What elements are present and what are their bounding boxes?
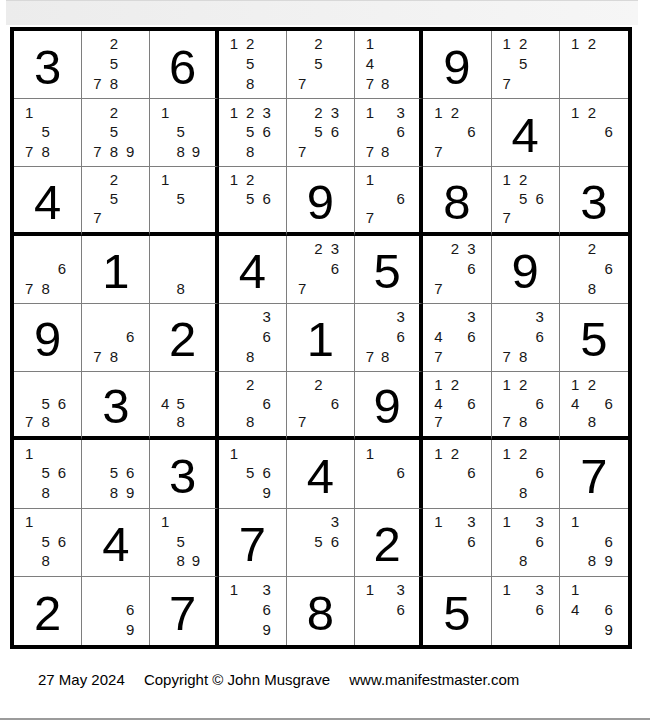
pencil-mark-slot-6 <box>188 531 203 551</box>
pencil-mark-slot-4 <box>294 122 310 142</box>
pencil-marks: 1589 <box>150 99 214 166</box>
cell-r4c2[interactable]: 1 <box>82 236 150 304</box>
pencil-mark-slot-7: 7 <box>430 142 446 162</box>
pencil-mark-slot-4 <box>226 189 242 208</box>
pencil-mark-slot-6: 6 <box>531 394 547 413</box>
cell-r6c8[interactable]: 12678 <box>492 372 560 440</box>
cell-r6c3[interactable]: 458 <box>150 372 218 440</box>
pencil-mark-slot-6: 6 <box>258 463 274 483</box>
cell-r5c7[interactable]: 3467 <box>423 304 491 372</box>
pencil-mark-slot-3 <box>327 375 343 394</box>
pencil-mark-slot-8: 8 <box>242 73 258 93</box>
pencil-mark-slot-7: 7 <box>21 278 37 298</box>
pencil-mark-slot-9 <box>327 551 343 571</box>
pencil-mark-slot-2: 2 <box>106 102 122 122</box>
pencil-mark-slot-5 <box>242 600 258 620</box>
pencil-mark-slot-2: 2 <box>106 34 122 54</box>
cell-r3c6[interactable]: 167 <box>355 167 423 235</box>
pencil-mark-slot-7: 7 <box>294 73 310 93</box>
pencil-mark-slot-5: 5 <box>173 394 188 413</box>
pencil-mark-slot-4 <box>89 327 105 347</box>
pencil-mark-slot-6: 6 <box>122 327 138 347</box>
pencil-mark-slot-9: 9 <box>600 551 617 571</box>
pencil-mark-slot-2: 2 <box>584 239 601 259</box>
pencil-mark-slot-2 <box>584 580 601 600</box>
pencil-marks: 1578 <box>14 99 81 166</box>
cell-r9c7[interactable]: 5 <box>423 577 491 645</box>
pencil-mark-slot-2: 2 <box>515 170 531 189</box>
pencil-mark-slot-2 <box>242 443 258 463</box>
pencil-mark-slot-4 <box>362 189 377 208</box>
pencil-mark-slot-9 <box>54 413 70 432</box>
pencil-mark-slot-8 <box>378 208 393 227</box>
cell-r7c5[interactable]: 4 <box>287 440 355 508</box>
cell-r9c4[interactable]: 1369 <box>219 577 287 645</box>
pencil-mark-slot-1: 1 <box>567 102 584 122</box>
pencil-mark-slot-8: 8 <box>173 551 188 571</box>
pencil-mark-slot-6 <box>122 122 138 142</box>
pencil-marks: 2367 <box>287 236 354 303</box>
pencil-marks: 267 <box>287 372 354 436</box>
pencil-mark-slot-5: 5 <box>242 54 258 74</box>
footer-copyright: Copyright © John Musgrave <box>144 671 330 688</box>
cell-digit: 3 <box>34 43 61 92</box>
pencil-mark-slot-9 <box>122 73 138 93</box>
pencil-mark-slot-8: 8 <box>37 551 53 571</box>
cell-digit: 2 <box>169 315 196 364</box>
pencil-mark-slot-9: 9 <box>258 483 274 503</box>
pencil-mark-slot-1 <box>157 239 172 259</box>
cell-r5c3[interactable]: 2 <box>150 304 218 372</box>
cell-r8c8[interactable]: 1368 <box>492 509 560 577</box>
pencil-mark-slot-3 <box>600 375 617 394</box>
pencil-mark-slot-7 <box>157 208 172 227</box>
pencil-mark-slot-6: 6 <box>327 258 343 278</box>
pencil-mark-slot-9 <box>54 142 70 162</box>
pencil-mark-slot-8: 8 <box>106 346 122 366</box>
cell-r5c2[interactable]: 678 <box>82 304 150 372</box>
pencil-marks: 356 <box>287 509 354 576</box>
pencil-mark-slot-9 <box>531 483 547 503</box>
cell-r8c2[interactable]: 4 <box>82 509 150 577</box>
pencil-mark-slot-7 <box>362 620 377 640</box>
pencil-marks: 678 <box>14 236 81 303</box>
pencil-mark-slot-5: 5 <box>310 531 326 551</box>
pencil-mark-slot-6: 6 <box>258 189 274 208</box>
cell-r7c4[interactable]: 1569 <box>219 440 287 508</box>
pencil-mark-slot-2: 2 <box>310 102 326 122</box>
pencil-mark-slot-5: 5 <box>37 531 53 551</box>
pencil-mark-slot-4 <box>21 463 37 483</box>
pencil-mark-slot-5 <box>106 327 122 347</box>
pencil-mark-slot-3: 3 <box>258 102 274 122</box>
pencil-mark-slot-1: 1 <box>362 580 377 600</box>
pencil-mark-slot-6: 6 <box>393 327 408 347</box>
pencil-mark-slot-9 <box>600 73 617 93</box>
pencil-mark-slot-2: 2 <box>310 375 326 394</box>
pencil-mark-slot-4 <box>157 258 172 278</box>
cell-r7c6[interactable]: 16 <box>355 440 423 508</box>
pencil-mark-slot-8 <box>515 73 531 93</box>
pencil-mark-slot-4 <box>21 531 37 551</box>
pencil-marks: 12678 <box>492 372 559 436</box>
pencil-mark-slot-3 <box>531 170 547 189</box>
cell-r4c8[interactable]: 9 <box>492 236 560 304</box>
cell-r3c4[interactable]: 1256 <box>219 167 287 235</box>
pencil-mark-slot-1: 1 <box>430 102 446 122</box>
cell-r9c1[interactable]: 2 <box>14 577 82 645</box>
pencil-mark-slot-8: 8 <box>173 278 188 298</box>
pencil-mark-slot-9 <box>531 551 547 571</box>
pencil-mark-slot-2: 2 <box>310 34 326 54</box>
pencil-mark-slot-1 <box>89 170 105 189</box>
pencil-mark-slot-7 <box>157 142 172 162</box>
pencil-mark-slot-1 <box>499 307 515 327</box>
cell-r3c2[interactable]: 257 <box>82 167 150 235</box>
pencil-mark-slot-6: 6 <box>463 327 479 347</box>
pencil-mark-slot-5: 5 <box>242 463 258 483</box>
cell-r5c1[interactable]: 9 <box>14 304 82 372</box>
cell-digit: 9 <box>512 247 539 296</box>
pencil-mark-slot-6: 6 <box>531 463 547 483</box>
pencil-mark-slot-2 <box>106 443 122 463</box>
pencil-mark-slot-5: 5 <box>310 54 326 74</box>
pencil-mark-slot-9 <box>122 346 138 366</box>
pencil-mark-slot-1: 1 <box>157 102 172 122</box>
pencil-mark-slot-3 <box>258 34 274 54</box>
pencil-marks: 1568 <box>14 440 81 507</box>
pencil-mark-slot-5: 5 <box>106 463 122 483</box>
pencil-mark-slot-4 <box>157 122 172 142</box>
pencil-mark-slot-1: 1 <box>499 34 515 54</box>
pencil-mark-slot-9 <box>258 413 274 432</box>
cell-r6c1[interactable]: 5678 <box>14 372 82 440</box>
cell-r3c5[interactable]: 9 <box>287 167 355 235</box>
cell-r1c8[interactable]: 1257 <box>492 31 560 99</box>
cell-r2c1[interactable]: 1578 <box>14 99 82 167</box>
cell-digit: 4 <box>512 111 539 160</box>
pencil-mark-slot-8: 8 <box>37 413 53 432</box>
pencil-mark-slot-3 <box>393 170 408 189</box>
pencil-mark-slot-2 <box>37 375 53 394</box>
cell-r1c2[interactable]: 2578 <box>82 31 150 99</box>
pencil-mark-slot-9 <box>463 278 479 298</box>
pencil-mark-slot-9 <box>54 551 70 571</box>
pencil-mark-slot-8 <box>515 620 531 640</box>
pencil-mark-slot-5 <box>242 327 258 347</box>
cell-r9c9[interactable]: 1469 <box>560 577 628 645</box>
pencil-mark-slot-8: 8 <box>584 278 601 298</box>
cell-r1c3[interactable]: 6 <box>150 31 218 99</box>
pencil-mark-slot-3: 3 <box>327 512 343 532</box>
pencil-mark-slot-5 <box>584 531 601 551</box>
pencil-mark-slot-2: 2 <box>242 170 258 189</box>
pencil-marks: 5689 <box>82 440 149 507</box>
pencil-mark-slot-8 <box>106 620 122 640</box>
pencil-mark-slot-5 <box>584 54 601 74</box>
cell-digit: 5 <box>580 315 607 364</box>
pencil-mark-slot-5 <box>447 531 463 551</box>
pencil-mark-slot-6 <box>188 258 203 278</box>
pencil-mark-slot-6: 6 <box>600 531 617 551</box>
cell-r5c5[interactable]: 1 <box>287 304 355 372</box>
pencil-mark-slot-4 <box>226 54 242 74</box>
pencil-mark-slot-3 <box>188 512 203 532</box>
pencil-mark-slot-4: 4 <box>567 394 584 413</box>
pencil-mark-slot-4 <box>430 463 446 483</box>
pencil-mark-slot-7: 7 <box>21 413 37 432</box>
pencil-mark-slot-6: 6 <box>600 258 617 278</box>
cell-digit: 4 <box>307 452 334 501</box>
cell-r2c2[interactable]: 25789 <box>82 99 150 167</box>
cell-r7c7[interactable]: 126 <box>423 440 491 508</box>
cell-r5c6[interactable]: 3678 <box>355 304 423 372</box>
cell-digit: 5 <box>374 247 401 296</box>
pencil-mark-slot-1: 1 <box>226 580 242 600</box>
cell-r6c9[interactable]: 12468 <box>560 372 628 440</box>
cell-r6c7[interactable]: 12467 <box>423 372 491 440</box>
pencil-mark-slot-5 <box>378 189 393 208</box>
pencil-mark-slot-1: 1 <box>157 512 172 532</box>
pencil-marks: 25789 <box>82 99 149 166</box>
pencil-mark-slot-7 <box>226 346 242 366</box>
pencil-mark-slot-6: 6 <box>54 258 70 278</box>
cell-r4c1[interactable]: 678 <box>14 236 82 304</box>
pencil-mark-slot-2: 2 <box>447 102 463 122</box>
cell-r7c1[interactable]: 1568 <box>14 440 82 508</box>
pencil-mark-slot-4 <box>362 600 377 620</box>
cell-r7c2[interactable]: 5689 <box>82 440 150 508</box>
pencil-mark-slot-9 <box>327 413 343 432</box>
pencil-mark-slot-3 <box>600 102 617 122</box>
cell-r8c1[interactable]: 1568 <box>14 509 82 577</box>
cell-r6c2[interactable]: 3 <box>82 372 150 440</box>
pencil-mark-slot-2: 2 <box>447 239 463 259</box>
cell-digit: 4 <box>102 520 129 569</box>
cell-r3c3[interactable]: 15 <box>150 167 218 235</box>
cell-digit: 9 <box>307 178 334 227</box>
cell-r4c7[interactable]: 2367 <box>423 236 491 304</box>
pencil-mark-slot-8 <box>447 346 463 366</box>
cell-r4c4[interactable]: 4 <box>219 236 287 304</box>
pencil-mark-slot-1: 1 <box>499 170 515 189</box>
pencil-mark-slot-8 <box>310 278 326 298</box>
pencil-mark-slot-9: 9 <box>122 620 138 640</box>
pencil-mark-slot-1 <box>21 239 37 259</box>
cell-r4c5[interactable]: 2367 <box>287 236 355 304</box>
pencil-mark-slot-2 <box>37 239 53 259</box>
pencil-mark-slot-7: 7 <box>89 142 105 162</box>
pencil-mark-slot-9 <box>327 278 343 298</box>
pencil-mark-slot-7: 7 <box>499 413 515 432</box>
pencil-mark-slot-3 <box>258 443 274 463</box>
pencil-mark-slot-6 <box>258 54 274 74</box>
pencil-mark-slot-2 <box>515 307 531 327</box>
cell-r9c8[interactable]: 136 <box>492 577 560 645</box>
pencil-marks: 1369 <box>219 577 286 645</box>
pencil-mark-slot-1: 1 <box>567 580 584 600</box>
cell-r1c1[interactable]: 3 <box>14 31 82 99</box>
pencil-mark-slot-1 <box>89 580 105 600</box>
pencil-mark-slot-9 <box>327 73 343 93</box>
pencil-mark-slot-2 <box>37 102 53 122</box>
cell-r4c6[interactable]: 5 <box>355 236 423 304</box>
pencil-mark-slot-4 <box>430 531 446 551</box>
cell-r1c9[interactable]: 12 <box>560 31 628 99</box>
cell-r2c7[interactable]: 1267 <box>423 99 491 167</box>
pencil-mark-slot-9: 9 <box>122 483 138 503</box>
pencil-marks: 167 <box>355 167 419 231</box>
pencil-mark-slot-2 <box>242 580 258 600</box>
pencil-mark-slot-4 <box>430 258 446 278</box>
cell-r1c4[interactable]: 1258 <box>219 31 287 99</box>
cell-r6c4[interactable]: 268 <box>219 372 287 440</box>
cell-r3c7[interactable]: 8 <box>423 167 491 235</box>
pencil-marks: 13678 <box>355 99 419 166</box>
pencil-mark-slot-2: 2 <box>310 239 326 259</box>
pencil-mark-slot-5 <box>515 600 531 620</box>
pencil-mark-slot-3 <box>122 307 138 327</box>
cell-r2c6[interactable]: 13678 <box>355 99 423 167</box>
pencil-mark-slot-9 <box>54 278 70 298</box>
cell-r9c6[interactable]: 136 <box>355 577 423 645</box>
pencil-mark-slot-3 <box>188 170 203 189</box>
cell-r2c4[interactable]: 123568 <box>219 99 287 167</box>
cell-r7c9[interactable]: 7 <box>560 440 628 508</box>
pencil-mark-slot-8 <box>447 413 463 432</box>
pencil-mark-slot-7 <box>567 278 584 298</box>
pencil-marks: 1256 <box>219 167 286 231</box>
cell-r2c9[interactable]: 126 <box>560 99 628 167</box>
pencil-mark-slot-5: 5 <box>515 54 531 74</box>
pencil-mark-slot-3 <box>600 34 617 54</box>
pencil-mark-slot-6: 6 <box>258 394 274 413</box>
pencil-marks: 16 <box>355 440 419 507</box>
pencil-mark-slot-3: 3 <box>531 512 547 532</box>
cell-r5c8[interactable]: 3678 <box>492 304 560 372</box>
pencil-mark-slot-5: 5 <box>106 189 122 208</box>
pencil-mark-slot-2: 2 <box>242 34 258 54</box>
pencil-mark-slot-5: 5 <box>37 122 53 142</box>
pencil-mark-slot-4 <box>567 531 584 551</box>
pencil-mark-slot-8 <box>378 620 393 640</box>
pencil-mark-slot-6: 6 <box>531 189 547 208</box>
pencil-mark-slot-5: 5 <box>37 463 53 483</box>
cell-r2c8[interactable]: 4 <box>492 99 560 167</box>
cell-r5c9[interactable]: 5 <box>560 304 628 372</box>
cell-r3c9[interactable]: 3 <box>560 167 628 235</box>
cell-r6c6[interactable]: 9 <box>355 372 423 440</box>
pencil-mark-slot-7 <box>499 551 515 571</box>
cell-r1c6[interactable]: 1478 <box>355 31 423 99</box>
pencil-mark-slot-6 <box>188 189 203 208</box>
pencil-mark-slot-7 <box>157 278 172 298</box>
pencil-mark-slot-6 <box>122 189 138 208</box>
cell-r9c5[interactable]: 8 <box>287 577 355 645</box>
cell-r6c5[interactable]: 267 <box>287 372 355 440</box>
cell-r4c3[interactable]: 8 <box>150 236 218 304</box>
pencil-mark-slot-2 <box>378 443 393 463</box>
footer-website: www.manifestmaster.com <box>349 671 519 688</box>
cell-r1c5[interactable]: 257 <box>287 31 355 99</box>
pencil-marks: 1478 <box>355 31 419 98</box>
pencil-mark-slot-3 <box>54 102 70 122</box>
pencil-mark-slot-5 <box>242 394 258 413</box>
pencil-mark-slot-4 <box>567 54 584 74</box>
pencil-mark-slot-1: 1 <box>21 443 37 463</box>
pencil-mark-slot-1 <box>89 307 105 327</box>
cell-r8c9[interactable]: 1689 <box>560 509 628 577</box>
pencil-mark-slot-9: 9 <box>258 620 274 640</box>
pencil-mark-slot-4 <box>226 600 242 620</box>
cell-digit: 2 <box>34 589 61 638</box>
pencil-mark-slot-9: 9 <box>188 551 203 571</box>
cell-r8c3[interactable]: 1589 <box>150 509 218 577</box>
pencil-mark-slot-6 <box>600 54 617 74</box>
cell-r4c9[interactable]: 268 <box>560 236 628 304</box>
pencil-marks: 1257 <box>492 31 559 98</box>
pencil-marks: 1568 <box>14 509 81 576</box>
pencil-mark-slot-7: 7 <box>430 413 446 432</box>
cell-digit: 7 <box>169 589 196 638</box>
pencil-mark-slot-1 <box>294 102 310 122</box>
cell-r3c8[interactable]: 12567 <box>492 167 560 235</box>
cell-r9c2[interactable]: 69 <box>82 577 150 645</box>
pencil-mark-slot-5 <box>447 394 463 413</box>
cell-r8c7[interactable]: 136 <box>423 509 491 577</box>
pencil-mark-slot-7: 7 <box>294 413 310 432</box>
pencil-mark-slot-2 <box>173 375 188 394</box>
cell-r8c4[interactable]: 7 <box>219 509 287 577</box>
pencil-mark-slot-5: 5 <box>173 122 188 142</box>
pencil-mark-slot-6: 6 <box>393 122 408 142</box>
cell-r2c5[interactable]: 23567 <box>287 99 355 167</box>
pencil-mark-slot-4 <box>294 54 310 74</box>
pencil-mark-slot-7 <box>226 73 242 93</box>
pencil-mark-slot-7: 7 <box>430 346 446 366</box>
cell-r8c5[interactable]: 356 <box>287 509 355 577</box>
pencil-mark-slot-9 <box>531 73 547 93</box>
cell-r2c3[interactable]: 1589 <box>150 99 218 167</box>
pencil-mark-slot-5 <box>584 394 601 413</box>
cell-r1c7[interactable]: 9 <box>423 31 491 99</box>
pencil-mark-slot-8: 8 <box>173 413 188 432</box>
pencil-mark-slot-8 <box>584 142 601 162</box>
cell-digit: 7 <box>239 520 266 569</box>
pencil-marks: 136 <box>355 577 419 645</box>
pencil-mark-slot-4 <box>226 327 242 347</box>
footer-date: 27 May 2024 <box>38 671 125 688</box>
pencil-mark-slot-1: 1 <box>362 170 377 189</box>
pencil-mark-slot-7: 7 <box>499 346 515 366</box>
cell-r7c8[interactable]: 1268 <box>492 440 560 508</box>
pencil-mark-slot-5 <box>378 54 393 74</box>
pencil-mark-slot-7: 7 <box>294 142 310 162</box>
cell-r5c4[interactable]: 368 <box>219 304 287 372</box>
pencil-mark-slot-9 <box>258 73 274 93</box>
pencil-mark-slot-4: 4 <box>430 394 446 413</box>
pencil-mark-slot-3 <box>531 375 547 394</box>
pencil-mark-slot-5 <box>378 600 393 620</box>
pencil-marks: 136 <box>492 577 559 645</box>
pencil-mark-slot-9 <box>122 208 138 227</box>
pencil-mark-slot-6: 6 <box>463 394 479 413</box>
cell-r8c6[interactable]: 2 <box>355 509 423 577</box>
cell-r7c3[interactable]: 3 <box>150 440 218 508</box>
pencil-marks: 2367 <box>423 236 490 303</box>
cell-r9c3[interactable]: 7 <box>150 577 218 645</box>
cell-r3c1[interactable]: 4 <box>14 167 82 235</box>
